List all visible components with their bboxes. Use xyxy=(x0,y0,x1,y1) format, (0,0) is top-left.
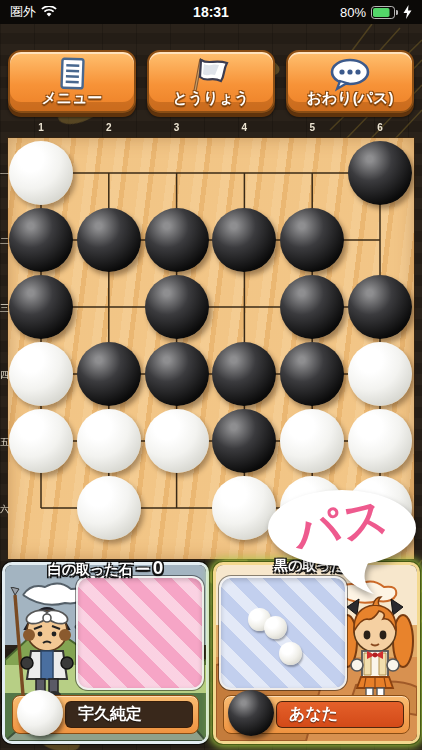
white-capture-tray xyxy=(78,578,202,688)
black-player-namebar: あなた xyxy=(223,695,410,734)
row-labels: 一二三四五六 xyxy=(0,138,9,559)
white-player-namebar: 宇久純定 xyxy=(12,695,199,734)
pass-speech-bubble: パス xyxy=(266,486,418,598)
row-label: 二 xyxy=(0,235,9,248)
col-label: 6 xyxy=(372,122,388,133)
resign-button-label: とうりょう xyxy=(149,89,273,108)
white-stone xyxy=(280,409,344,473)
black-stone-icon xyxy=(228,690,274,736)
black-stone xyxy=(145,275,209,339)
black-stone xyxy=(9,275,73,339)
black-stone xyxy=(77,342,141,406)
black-player-name: あなた xyxy=(276,701,404,728)
captured-white-stone xyxy=(264,616,287,639)
white-stone xyxy=(9,342,73,406)
black-stone xyxy=(9,208,73,272)
row-label: 五 xyxy=(0,436,9,449)
white-player-panel: 白の取った石ー0 宇久純定 xyxy=(2,562,209,744)
white-flag-icon xyxy=(149,57,273,93)
black-stone xyxy=(280,342,344,406)
white-stone xyxy=(77,409,141,473)
list-icon xyxy=(10,57,134,91)
black-stone xyxy=(212,342,276,406)
row-label: 一 xyxy=(0,168,9,181)
col-label: 1 xyxy=(33,122,49,133)
resign-button[interactable]: とうりょう xyxy=(147,50,275,113)
black-stone xyxy=(212,409,276,473)
black-stone xyxy=(77,208,141,272)
white-stone xyxy=(9,409,73,473)
black-stone xyxy=(348,275,412,339)
white-stone xyxy=(77,476,141,540)
black-stone xyxy=(280,275,344,339)
row-label: 四 xyxy=(0,369,9,382)
menu-button[interactable]: メニュー xyxy=(8,50,136,113)
end-pass-button[interactable]: おわり(パス) xyxy=(286,50,414,113)
black-stone xyxy=(348,141,412,205)
col-label: 3 xyxy=(169,122,185,133)
col-label: 2 xyxy=(101,122,117,133)
white-stone xyxy=(9,141,73,205)
captured-white-stone xyxy=(279,642,302,665)
white-stone-icon xyxy=(17,690,63,736)
row-label: 三 xyxy=(0,302,9,315)
col-label: 5 xyxy=(304,122,320,133)
white-captures-count: 0 xyxy=(153,557,164,579)
samurai-character xyxy=(7,587,87,707)
speech-bubble-icon xyxy=(288,57,412,93)
menu-button-label: メニュー xyxy=(10,89,134,108)
app-screen: 圏外 18:31 80% xyxy=(0,0,422,750)
white-stone xyxy=(145,409,209,473)
col-label: 4 xyxy=(236,122,252,133)
white-stone xyxy=(348,342,412,406)
column-labels: 123456 xyxy=(8,122,414,136)
white-player-name: 宇久純定 xyxy=(65,701,193,728)
white-captures-header: 白の取った石ー0 xyxy=(5,557,206,579)
clock: 18:31 xyxy=(0,4,422,20)
end-pass-button-label: おわり(パス) xyxy=(288,89,412,108)
row-label: 六 xyxy=(0,503,9,516)
black-stone xyxy=(280,208,344,272)
black-stone xyxy=(145,342,209,406)
black-stone xyxy=(212,208,276,272)
status-bar: 圏外 18:31 80% xyxy=(0,0,422,24)
girl-character xyxy=(333,585,417,709)
white-stone xyxy=(348,409,412,473)
black-stone xyxy=(145,208,209,272)
